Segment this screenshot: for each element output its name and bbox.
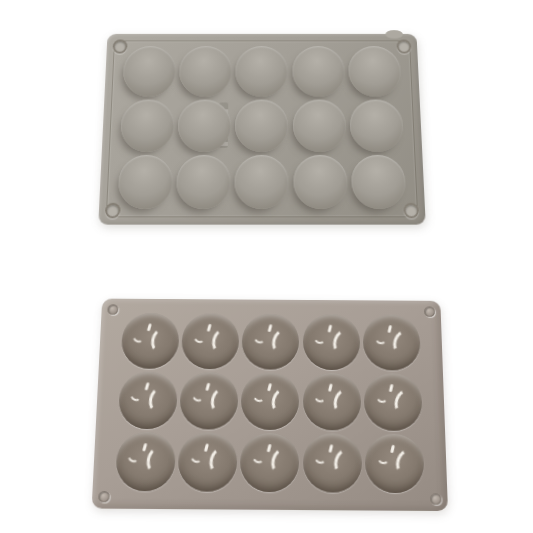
mold-dome xyxy=(348,46,402,97)
reflection-arc-small xyxy=(251,448,267,464)
reflection-tick xyxy=(207,324,212,332)
mold-dome xyxy=(120,100,175,152)
mold-cavity xyxy=(303,433,362,493)
reflection-arc-small xyxy=(313,449,329,465)
reflection-tick xyxy=(142,443,147,452)
mold-cavity xyxy=(364,373,423,431)
reflection-tick xyxy=(328,383,333,391)
mold-cavity xyxy=(303,314,361,370)
mold-dome xyxy=(178,100,232,152)
mold-cavity xyxy=(115,432,176,492)
reflection-tick xyxy=(328,325,333,333)
corner-hole xyxy=(107,304,118,314)
reflection-tick xyxy=(147,324,152,332)
reflection-tick xyxy=(267,383,272,391)
mold-dome xyxy=(292,46,345,97)
reflection-arc-small xyxy=(375,389,390,404)
reflection-tick xyxy=(204,443,209,452)
dome-grid xyxy=(115,45,408,210)
reflection-tick xyxy=(388,325,393,333)
reflection-crescent xyxy=(145,446,169,475)
reflection-crescent xyxy=(208,386,232,415)
mold-dome xyxy=(235,100,288,152)
reflection-arc-small xyxy=(188,448,205,465)
reflection-arc-small xyxy=(131,328,148,344)
mold-cavity xyxy=(181,314,239,370)
mold-cavity xyxy=(363,315,421,371)
mold-dome xyxy=(351,155,407,209)
reflection-tick xyxy=(267,324,272,332)
reflection-tick xyxy=(206,383,211,391)
mold-cavity xyxy=(303,373,361,431)
reflection-arc-small xyxy=(126,447,143,464)
mold-dome xyxy=(179,46,232,97)
reflection-crescent xyxy=(269,446,294,477)
reflection-arc-small xyxy=(313,389,329,404)
mold-cavity xyxy=(242,314,300,370)
reflection-tick xyxy=(391,444,396,453)
mold-cavity xyxy=(177,432,237,492)
reflection-arc-small xyxy=(128,387,145,404)
corner-hole xyxy=(424,306,435,316)
reflection-crescent xyxy=(391,386,417,417)
silicone-mold-cavity-side xyxy=(92,299,448,511)
mold-dome xyxy=(122,46,176,97)
reflection-tick xyxy=(389,384,394,392)
reflection-crescent xyxy=(390,328,416,358)
corner-hole xyxy=(98,491,110,502)
reflection-crescent xyxy=(330,386,356,416)
mold-dome xyxy=(292,100,346,152)
reflection-arc-small xyxy=(252,329,268,344)
reflection-crescent xyxy=(210,327,234,355)
reflection-arc-small xyxy=(190,387,207,403)
cavity-grid xyxy=(113,312,427,494)
mold-dome xyxy=(349,100,404,152)
silicone-mold-dome-side xyxy=(98,34,426,225)
mold-dome xyxy=(118,155,174,209)
mold-cavity xyxy=(365,433,425,493)
reflection-crescent xyxy=(147,386,170,414)
reflection-arc-small xyxy=(252,388,268,404)
corner-hole xyxy=(430,493,442,505)
reflection-arc-small xyxy=(192,329,208,345)
mold-cavity xyxy=(240,432,299,492)
mold-cavity xyxy=(179,372,238,430)
mold-edge-tab xyxy=(385,30,403,38)
reflection-tick xyxy=(144,382,149,390)
reflection-crescent xyxy=(150,327,173,354)
reflection-arc-small xyxy=(376,450,391,465)
mold-cavity xyxy=(241,372,299,430)
mold-dome xyxy=(176,155,231,209)
reflection-arc-small xyxy=(374,330,389,345)
mold-dome xyxy=(235,155,289,209)
reflection-tick xyxy=(328,444,333,453)
reflection-tick xyxy=(266,443,271,452)
reflection-arc-small xyxy=(313,330,328,345)
reflection-crescent xyxy=(330,327,355,356)
reflection-crescent xyxy=(269,386,294,416)
product-photo xyxy=(0,0,533,533)
reflection-crescent xyxy=(270,327,294,356)
reflection-crescent xyxy=(331,447,357,478)
mold-dome xyxy=(236,46,289,97)
mold-dome xyxy=(293,155,348,209)
reflection-crescent xyxy=(207,446,231,476)
mold-cavity xyxy=(117,371,177,429)
reflection-crescent xyxy=(393,447,420,479)
mold-cavity xyxy=(120,313,179,369)
